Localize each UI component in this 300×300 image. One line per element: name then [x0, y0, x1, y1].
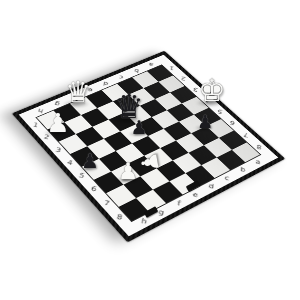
file-label-near-g: g [158, 209, 164, 216]
rank-label-near-7: 7 [103, 200, 110, 207]
piece-black-pawn-b4[interactable]: ♟ [197, 111, 213, 132]
file-label-near-a: a [255, 159, 260, 166]
rank-label-far-8: 8 [256, 143, 261, 149]
product-photo-canvas: 11aa22bb33cc44dd55ee66ff77gg88hh ♛♚♛♟♟♟♟… [0, 0, 300, 300]
rank-label-near-4: 4 [66, 160, 73, 167]
rank-label-near-3: 3 [55, 147, 62, 154]
piece-white-queen-f1[interactable]: ♛ [65, 75, 91, 109]
piece-white-pawn-h2[interactable]: ♟ [46, 108, 69, 138]
rank-label-near-6: 6 [91, 186, 98, 193]
file-label-far-h: h [37, 107, 44, 113]
file-label-far-b: b [133, 68, 139, 73]
file-label-near-h: h [141, 218, 148, 226]
piece-white-pawn-g6[interactable]: ♟ [118, 158, 139, 184]
file-label-far-a: a [148, 62, 153, 67]
file-label-far-d: d [103, 80, 109, 86]
file-label-near-f: f [177, 200, 181, 207]
rank-label-far-7: 7 [243, 131, 248, 137]
piece-black-pawn-e4[interactable]: ♟ [130, 116, 147, 138]
file-label-near-c: c [225, 175, 230, 182]
file-label-far-c: c [119, 74, 124, 79]
rank-label-far-1: 1 [169, 65, 174, 70]
rank-label-far-2: 2 [181, 75, 186, 80]
rank-label-far-5: 5 [217, 108, 222, 114]
piece-black-pawn-h5[interactable]: ♟ [81, 149, 99, 173]
file-label-near-e: e [192, 192, 198, 199]
piece-white-king-a4[interactable]: ♚ [198, 72, 226, 108]
file-label-near-b: b [240, 167, 246, 174]
rank-label-far-6: 6 [230, 120, 235, 126]
file-label-near-d: d [209, 183, 215, 190]
rank-label-near-1: 1 [32, 122, 39, 128]
rank-label-near-5: 5 [78, 173, 85, 180]
rank-label-near-8: 8 [116, 214, 123, 221]
file-label-far-g: g [54, 100, 60, 106]
